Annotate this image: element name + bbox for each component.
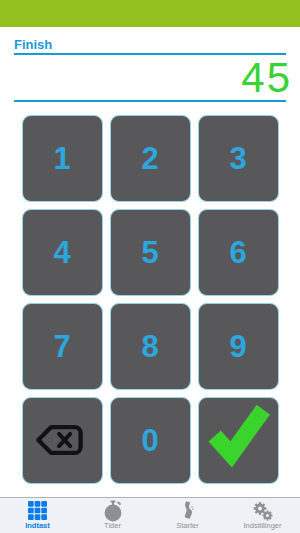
key-1[interactable]: 1	[22, 115, 103, 202]
tab-label: Indtast	[25, 522, 50, 530]
tab-label: Tider	[104, 522, 121, 530]
tab-indstillinger[interactable]: Indstillinger	[225, 498, 300, 533]
key-7[interactable]: 7	[22, 303, 103, 390]
status-bar	[0, 0, 300, 27]
tab-label: Starter	[176, 522, 199, 530]
tab-starter[interactable]: Starter	[150, 498, 225, 533]
tab-indtast[interactable]: Indtast	[0, 498, 75, 533]
starter-pistol-icon	[177, 500, 198, 521]
key-3[interactable]: 3	[198, 115, 279, 202]
tab-label: Indstillinger	[244, 522, 282, 530]
key-6[interactable]: 6	[198, 209, 279, 296]
confirm-key[interactable]	[198, 397, 279, 484]
key-9[interactable]: 9	[198, 303, 279, 390]
keypad-grid-icon	[28, 500, 47, 521]
key-2[interactable]: 2	[110, 115, 191, 202]
key-0[interactable]: 0	[110, 397, 191, 484]
gears-icon	[252, 500, 274, 521]
checkmark-icon	[203, 401, 273, 481]
key-4[interactable]: 4	[22, 209, 103, 296]
tab-bar: Indtast Tider Starter	[0, 497, 300, 533]
number-keypad: 1 2 3 4 5 6 7 8 9 0	[22, 115, 279, 484]
entry-value: 45	[0, 55, 292, 100]
backspace-icon	[36, 418, 88, 464]
key-8[interactable]: 8	[110, 303, 191, 390]
tab-tider[interactable]: Tider	[75, 498, 150, 533]
finish-label: Finish	[14, 37, 286, 53]
stopwatch-icon	[102, 500, 124, 521]
backspace-key[interactable]	[22, 397, 103, 484]
key-5[interactable]: 5	[110, 209, 191, 296]
